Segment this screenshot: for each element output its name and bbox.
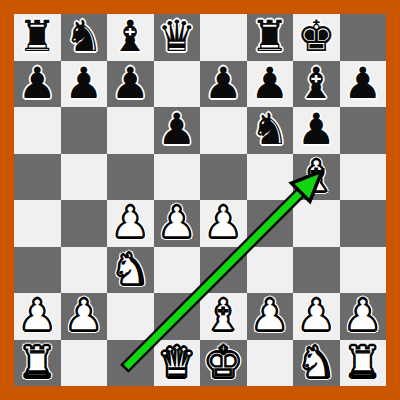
- black-knight-b8[interactable]: ♞: [64, 13, 103, 60]
- black-rook-a8[interactable]: ♜: [18, 13, 57, 60]
- square-b4[interactable]: [61, 200, 108, 247]
- square-b5[interactable]: [61, 154, 108, 201]
- square-g2[interactable]: ♟: [293, 293, 340, 340]
- square-h4[interactable]: [340, 200, 387, 247]
- square-b6[interactable]: [61, 107, 108, 154]
- square-c6[interactable]: [107, 107, 154, 154]
- black-pawn-h7[interactable]: ♟: [343, 60, 382, 107]
- black-knight-f6[interactable]: ♞: [250, 106, 289, 153]
- square-g6[interactable]: ♟: [293, 107, 340, 154]
- square-e4[interactable]: ♟: [200, 200, 247, 247]
- board-frame: ♜♞♝♛♜♚♟♟♟♟♟♝♟♟♞♟♝♟♟♟♞♟♟♝♟♟♟♜♛♚♞♜: [0, 0, 400, 400]
- black-pawn-b7[interactable]: ♟: [64, 60, 103, 107]
- black-king-g8[interactable]: ♚: [297, 13, 336, 60]
- square-f4[interactable]: [247, 200, 294, 247]
- square-d3[interactable]: [154, 247, 201, 294]
- square-b3[interactable]: [61, 247, 108, 294]
- white-rook-h1[interactable]: ♜: [343, 339, 382, 386]
- square-a8[interactable]: ♜: [14, 14, 61, 61]
- square-b7[interactable]: ♟: [61, 61, 108, 108]
- black-pawn-f7[interactable]: ♟: [250, 60, 289, 107]
- square-c1[interactable]: [107, 340, 154, 387]
- black-queen-d8[interactable]: ♛: [157, 13, 196, 60]
- square-h8[interactable]: [340, 14, 387, 61]
- square-d4[interactable]: ♟: [154, 200, 201, 247]
- square-d2[interactable]: [154, 293, 201, 340]
- square-c3[interactable]: ♞: [107, 247, 154, 294]
- white-pawn-g2[interactable]: ♟: [297, 292, 336, 339]
- black-bishop-c8[interactable]: ♝: [111, 13, 150, 60]
- square-g7[interactable]: ♝: [293, 61, 340, 108]
- white-bishop-e2[interactable]: ♝: [204, 292, 243, 339]
- white-queen-d1[interactable]: ♛: [157, 339, 196, 386]
- square-b8[interactable]: ♞: [61, 14, 108, 61]
- square-c7[interactable]: ♟: [107, 61, 154, 108]
- square-c5[interactable]: [107, 154, 154, 201]
- black-pawn-c7[interactable]: ♟: [111, 60, 150, 107]
- square-a3[interactable]: [14, 247, 61, 294]
- white-pawn-h2[interactable]: ♟: [343, 292, 382, 339]
- white-king-e1[interactable]: ♚: [204, 339, 243, 386]
- square-f7[interactable]: ♟: [247, 61, 294, 108]
- square-g3[interactable]: [293, 247, 340, 294]
- black-pawn-g6[interactable]: ♟: [297, 106, 336, 153]
- white-pawn-d4[interactable]: ♟: [157, 199, 196, 246]
- square-h6[interactable]: [340, 107, 387, 154]
- square-h1[interactable]: ♜: [340, 340, 387, 387]
- square-c8[interactable]: ♝: [107, 14, 154, 61]
- square-b2[interactable]: ♟: [61, 293, 108, 340]
- white-pawn-b2[interactable]: ♟: [64, 292, 103, 339]
- white-bishop-g5[interactable]: ♝: [297, 153, 336, 200]
- square-a1[interactable]: ♜: [14, 340, 61, 387]
- black-pawn-a7[interactable]: ♟: [18, 60, 57, 107]
- square-g8[interactable]: ♚: [293, 14, 340, 61]
- chess-board: ♜♞♝♛♜♚♟♟♟♟♟♝♟♟♞♟♝♟♟♟♞♟♟♝♟♟♟♜♛♚♞♜: [14, 14, 386, 386]
- square-f3[interactable]: [247, 247, 294, 294]
- square-c4[interactable]: ♟: [107, 200, 154, 247]
- square-h5[interactable]: [340, 154, 387, 201]
- square-a6[interactable]: [14, 107, 61, 154]
- square-g5[interactable]: ♝: [293, 154, 340, 201]
- square-a7[interactable]: ♟: [14, 61, 61, 108]
- square-h2[interactable]: ♟: [340, 293, 387, 340]
- square-b1[interactable]: [61, 340, 108, 387]
- square-a4[interactable]: [14, 200, 61, 247]
- white-pawn-f2[interactable]: ♟: [250, 292, 289, 339]
- square-d1[interactable]: ♛: [154, 340, 201, 387]
- square-e7[interactable]: ♟: [200, 61, 247, 108]
- black-pawn-e7[interactable]: ♟: [204, 60, 243, 107]
- square-h7[interactable]: ♟: [340, 61, 387, 108]
- square-e5[interactable]: [200, 154, 247, 201]
- white-rook-a1[interactable]: ♜: [18, 339, 57, 386]
- square-e3[interactable]: [200, 247, 247, 294]
- square-g1[interactable]: ♞: [293, 340, 340, 387]
- white-knight-g1[interactable]: ♞: [297, 339, 336, 386]
- square-a5[interactable]: [14, 154, 61, 201]
- square-e2[interactable]: ♝: [200, 293, 247, 340]
- white-knight-c3[interactable]: ♞: [111, 246, 150, 293]
- square-f6[interactable]: ♞: [247, 107, 294, 154]
- square-f5[interactable]: [247, 154, 294, 201]
- square-e6[interactable]: [200, 107, 247, 154]
- square-d5[interactable]: [154, 154, 201, 201]
- square-e1[interactable]: ♚: [200, 340, 247, 387]
- white-pawn-c4[interactable]: ♟: [111, 199, 150, 246]
- square-f8[interactable]: ♜: [247, 14, 294, 61]
- square-d7[interactable]: [154, 61, 201, 108]
- square-d8[interactable]: ♛: [154, 14, 201, 61]
- square-g4[interactable]: [293, 200, 340, 247]
- square-c2[interactable]: [107, 293, 154, 340]
- white-pawn-a2[interactable]: ♟: [18, 292, 57, 339]
- square-h3[interactable]: [340, 247, 387, 294]
- black-pawn-d6[interactable]: ♟: [157, 106, 196, 153]
- black-rook-f8[interactable]: ♜: [250, 13, 289, 60]
- square-f2[interactable]: ♟: [247, 293, 294, 340]
- square-e8[interactable]: [200, 14, 247, 61]
- square-a2[interactable]: ♟: [14, 293, 61, 340]
- black-bishop-g7[interactable]: ♝: [297, 60, 336, 107]
- square-f1[interactable]: [247, 340, 294, 387]
- square-d6[interactable]: ♟: [154, 107, 201, 154]
- white-pawn-e4[interactable]: ♟: [204, 199, 243, 246]
